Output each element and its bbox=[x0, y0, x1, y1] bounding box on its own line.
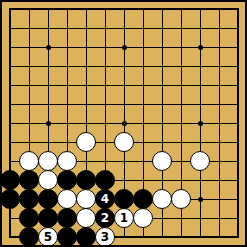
hoshi-point bbox=[198, 121, 203, 126]
hoshi-point bbox=[122, 121, 127, 126]
stone-black bbox=[19, 189, 39, 209]
hoshi-point bbox=[198, 197, 203, 202]
stone-black bbox=[114, 189, 134, 209]
stone-white bbox=[38, 170, 58, 190]
stone-black bbox=[38, 208, 58, 228]
move-number-label: 1 bbox=[120, 212, 128, 224]
hoshi-point bbox=[46, 121, 51, 126]
stone-black-move-2: 2 bbox=[95, 208, 115, 228]
stone-black bbox=[0, 189, 20, 209]
stone-white bbox=[57, 189, 77, 209]
stone-black bbox=[133, 189, 153, 209]
move-number-label: 3 bbox=[101, 231, 109, 243]
stone-black bbox=[76, 227, 96, 247]
hoshi-point bbox=[198, 45, 203, 50]
stone-black bbox=[19, 208, 39, 228]
stone-black bbox=[57, 208, 77, 228]
stone-white bbox=[76, 208, 96, 228]
grid-line-vertical bbox=[237, 8, 239, 238]
stone-black bbox=[19, 227, 39, 247]
move-number-label: 2 bbox=[101, 212, 109, 224]
stone-black bbox=[0, 170, 20, 190]
stone-white bbox=[38, 151, 58, 171]
stone-white bbox=[133, 208, 153, 228]
move-number-label: 5 bbox=[44, 231, 52, 243]
stone-white bbox=[19, 151, 39, 171]
stone-white bbox=[171, 189, 191, 209]
grid-line-vertical bbox=[219, 8, 220, 238]
stone-white bbox=[76, 132, 96, 152]
hoshi-point bbox=[46, 45, 51, 50]
stone-black bbox=[19, 170, 39, 190]
stone-white bbox=[76, 189, 96, 209]
move-number-label: 4 bbox=[101, 193, 109, 205]
stone-white-move-5: 5 bbox=[38, 227, 58, 247]
stone-white-move-1: 1 bbox=[114, 208, 134, 228]
stone-black bbox=[76, 170, 96, 190]
go-board: 42153 bbox=[2, 2, 245, 245]
stone-black bbox=[57, 227, 77, 247]
stone-white-move-3: 3 bbox=[95, 227, 115, 247]
stone-black-move-4: 4 bbox=[95, 189, 115, 209]
stone-white bbox=[152, 189, 172, 209]
stone-black bbox=[57, 170, 77, 190]
stone-white bbox=[57, 151, 77, 171]
stone-white bbox=[152, 151, 172, 171]
hoshi-point bbox=[122, 45, 127, 50]
stone-black bbox=[38, 189, 58, 209]
stone-white bbox=[190, 151, 210, 171]
stone-white bbox=[114, 132, 134, 152]
stone-black bbox=[95, 170, 115, 190]
diagram-frame: 42153 bbox=[0, 0, 247, 247]
